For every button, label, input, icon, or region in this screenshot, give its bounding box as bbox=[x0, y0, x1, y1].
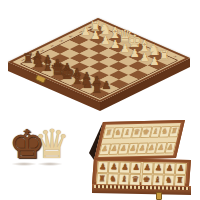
stored-piece: ♚ bbox=[142, 128, 150, 136]
stored-piece: ♟ bbox=[99, 163, 107, 171]
storage-slot: ♟ bbox=[175, 163, 187, 175]
product-photo: abcdefgh abcdefgh 87654321 87654321 ♜♞♝♛… bbox=[0, 0, 200, 200]
chess-board: abcdefgh abcdefgh 87654321 87654321 ♜♞♝♛… bbox=[8, 18, 190, 102]
stored-piece: ♟ bbox=[110, 163, 118, 171]
storage-slot: ♟ bbox=[153, 162, 165, 174]
stored-piece: ♟ bbox=[119, 145, 127, 153]
stored-piece: ♞ bbox=[165, 177, 173, 185]
stored-piece: ♟ bbox=[101, 145, 109, 153]
stored-piece: ♜ bbox=[98, 175, 106, 183]
stored-piece: ♝ bbox=[154, 176, 162, 184]
stored-piece-row: ♜♞♝♛♚♝♞♜ bbox=[103, 125, 181, 138]
stored-piece: ♜ bbox=[170, 127, 178, 135]
stored-piece: ♞ bbox=[161, 127, 169, 135]
stored-piece: ♟ bbox=[166, 143, 174, 151]
box-rows: ♟♟♟♟♟♟♟♟♜♞♝♛♚♝♞♜ bbox=[96, 161, 187, 183]
storage-slot: ♟ bbox=[97, 161, 109, 173]
storage-slot: ♟ bbox=[119, 162, 131, 174]
stored-piece: ♝ bbox=[123, 128, 131, 136]
storage-slot: ♟ bbox=[108, 161, 120, 173]
storage-slot: ♜ bbox=[168, 125, 180, 137]
folded-board-inset: ♜♞♝♛♚♝♞♜♟♟♟♟♟♟♟♟ ♟♟♟♟♟♟♟♟♜♞♝♛♚♝♞♜ bbox=[88, 116, 196, 200]
stored-piece: ♜ bbox=[176, 177, 184, 185]
storage-slot: ♟ bbox=[164, 162, 176, 174]
stored-piece: ♞ bbox=[109, 175, 117, 183]
storage-slot: ♟ bbox=[130, 162, 142, 174]
stored-piece: ♟ bbox=[157, 144, 165, 152]
folded-base-front bbox=[92, 184, 191, 195]
stored-piece: ♟ bbox=[143, 164, 151, 172]
folded-lid: ♜♞♝♛♚♝♞♜♟♟♟♟♟♟♟♟ bbox=[94, 120, 185, 160]
stored-piece: ♛ bbox=[131, 176, 139, 184]
flap-rows: ♜♞♝♛♚♝♞♜♟♟♟♟♟♟♟♟ bbox=[98, 123, 180, 157]
storage-slot: ♟ bbox=[141, 162, 153, 174]
storage-slot: ♟ bbox=[164, 141, 176, 153]
brass-clasp-icon bbox=[156, 192, 162, 200]
stored-piece: ♚ bbox=[143, 176, 151, 184]
stored-piece-row: ♟♟♟♟♟♟♟♟ bbox=[99, 141, 177, 154]
stored-piece: ♟ bbox=[177, 165, 185, 173]
standing-pieces-inset: ♚ ♛ bbox=[9, 122, 67, 166]
stored-piece: ♟ bbox=[155, 164, 163, 172]
board-grid: ♜♞♝♛♚♝♞♜♟♟♟♟♟♟♟♟♟♟♟♟♟♟♟♟♜♞♝♛♚♝♞♜ bbox=[21, 26, 176, 98]
folded-base: ♟♟♟♟♟♟♟♟♜♞♝♛♚♝♞♜ bbox=[92, 158, 191, 186]
inlay-border-pattern bbox=[94, 185, 189, 190]
stored-piece: ♟ bbox=[121, 164, 129, 172]
white-queen: ♛ bbox=[34, 124, 70, 164]
stored-piece: ♟ bbox=[132, 164, 140, 172]
stored-piece: ♟ bbox=[138, 144, 146, 152]
stored-piece: ♝ bbox=[120, 176, 128, 184]
stored-piece: ♜ bbox=[105, 129, 113, 137]
black-rook[interactable]: ♜ bbox=[87, 82, 105, 95]
stored-piece: ♟ bbox=[166, 165, 174, 173]
